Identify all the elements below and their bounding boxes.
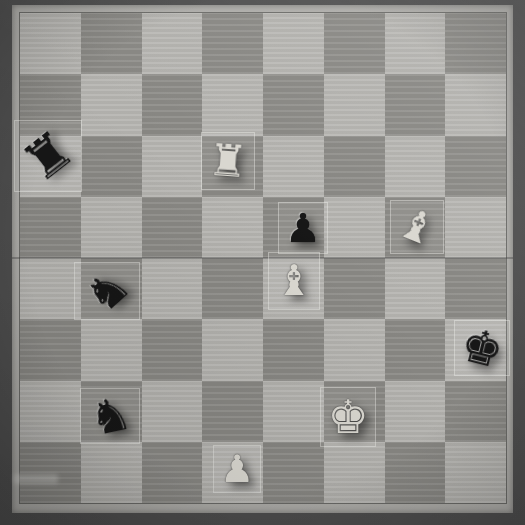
square-h6[interactable] — [445, 136, 506, 197]
piece-white-pawn-d1[interactable]: ♟ — [220, 450, 254, 488]
square-a8[interactable] — [20, 13, 81, 74]
square-a1[interactable] — [20, 442, 81, 503]
square-e7[interactable] — [263, 74, 324, 135]
piece-white-rook-d6[interactable]: ♜ — [207, 138, 249, 185]
square-d7[interactable] — [202, 74, 263, 135]
square-g6[interactable] — [385, 136, 446, 197]
square-c2[interactable] — [142, 381, 203, 442]
square-b1[interactable] — [81, 442, 142, 503]
square-g7[interactable] — [385, 74, 446, 135]
piece-white-king-f2[interactable]: ♚ — [327, 394, 368, 440]
square-c3[interactable] — [142, 319, 203, 380]
square-h5[interactable] — [445, 197, 506, 258]
square-h1[interactable] — [445, 442, 506, 503]
square-f8[interactable] — [324, 13, 385, 74]
square-b8[interactable] — [81, 13, 142, 74]
square-e2[interactable] — [263, 381, 324, 442]
square-f6[interactable] — [324, 136, 385, 197]
square-d4[interactable] — [202, 258, 263, 319]
square-f1[interactable] — [324, 442, 385, 503]
piece-black-pawn-e5[interactable]: ♟ — [285, 208, 321, 248]
square-b3[interactable] — [81, 319, 142, 380]
square-d8[interactable] — [202, 13, 263, 74]
square-d2[interactable] — [202, 381, 263, 442]
square-g2[interactable] — [385, 381, 446, 442]
square-c6[interactable] — [142, 136, 203, 197]
square-g1[interactable] — [385, 442, 446, 503]
square-b5[interactable] — [81, 197, 142, 258]
chess-board-photo: ♜♜♟♝♞♝♚♞♚♟ — [0, 0, 525, 525]
square-h8[interactable] — [445, 13, 506, 74]
square-e3[interactable] — [263, 319, 324, 380]
square-a2[interactable] — [20, 381, 81, 442]
square-h2[interactable] — [445, 381, 506, 442]
square-e1[interactable] — [263, 442, 324, 503]
square-g3[interactable] — [385, 319, 446, 380]
square-f3[interactable] — [324, 319, 385, 380]
square-a4[interactable] — [20, 258, 81, 319]
square-h4[interactable] — [445, 258, 506, 319]
board-edge-scuff — [14, 474, 58, 484]
square-b6[interactable] — [81, 136, 142, 197]
square-f7[interactable] — [324, 74, 385, 135]
square-c8[interactable] — [142, 13, 203, 74]
square-h7[interactable] — [445, 74, 506, 135]
square-g8[interactable] — [385, 13, 446, 74]
square-f5[interactable] — [324, 197, 385, 258]
square-c5[interactable] — [142, 197, 203, 258]
square-a3[interactable] — [20, 319, 81, 380]
square-f4[interactable] — [324, 258, 385, 319]
square-g4[interactable] — [385, 258, 446, 319]
square-c4[interactable] — [142, 258, 203, 319]
square-d5[interactable] — [202, 197, 263, 258]
piece-white-bishop-e4[interactable]: ♝ — [275, 260, 313, 302]
square-e6[interactable] — [263, 136, 324, 197]
square-a5[interactable] — [20, 197, 81, 258]
square-b7[interactable] — [81, 74, 142, 135]
square-e8[interactable] — [263, 13, 324, 74]
square-c7[interactable] — [142, 74, 203, 135]
square-d3[interactable] — [202, 319, 263, 380]
square-c1[interactable] — [142, 442, 203, 503]
